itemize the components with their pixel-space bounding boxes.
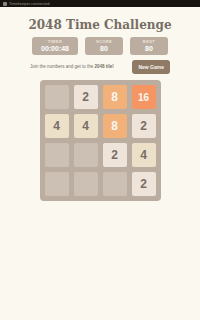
empty-cell	[45, 172, 69, 196]
empty-cell	[103, 172, 127, 196]
score-box: SCORE 80	[85, 37, 123, 55]
empty-cell	[45, 85, 69, 109]
tile-4: 4	[45, 114, 69, 138]
board-grid[interactable]: 28164482242	[40, 80, 161, 201]
timer-label: TIMER	[37, 39, 73, 44]
timer-value: 00:00:48	[37, 45, 73, 52]
app-icon	[3, 2, 7, 6]
tile-2: 2	[132, 172, 156, 196]
intro-text-goal: 2048 tile!	[95, 64, 114, 69]
best-value: 80	[135, 45, 163, 52]
tile-4: 4	[132, 143, 156, 167]
page-title: 2048 Time Challenge	[0, 18, 200, 32]
status-bar: Timekeeper connected	[0, 0, 200, 7]
status-bar-text: Timekeeper connected	[9, 2, 50, 6]
timer-box: TIMER 00:00:48	[32, 37, 78, 55]
tile-8: 8	[103, 85, 127, 109]
intro-text-prefix: Join the numbers and get to the	[30, 64, 95, 69]
score-label: SCORE	[90, 39, 118, 44]
intro-row: Join the numbers and get to the 2048 til…	[30, 60, 170, 74]
tile-2: 2	[103, 143, 127, 167]
score-value: 80	[90, 45, 118, 52]
tile-2: 2	[132, 114, 156, 138]
empty-cell	[74, 143, 98, 167]
tile-2: 2	[74, 85, 98, 109]
intro-text: Join the numbers and get to the 2048 til…	[30, 64, 114, 69]
new-game-button[interactable]: New Game	[132, 60, 170, 74]
scoreboard: TIMER 00:00:48 SCORE 80 BEST 80	[0, 37, 200, 55]
tile-8: 8	[103, 114, 127, 138]
best-label: BEST	[135, 39, 163, 44]
tile-16: 16	[132, 85, 156, 109]
tile-4: 4	[74, 114, 98, 138]
empty-cell	[45, 143, 69, 167]
best-box: BEST 80	[130, 37, 168, 55]
empty-cell	[74, 172, 98, 196]
